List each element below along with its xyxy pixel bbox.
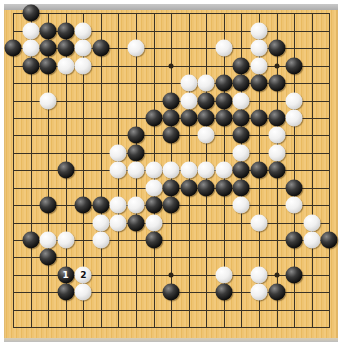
- white-stone[interactable]: [110, 144, 127, 161]
- black-stone[interactable]: [92, 40, 109, 57]
- black-stone[interactable]: [22, 5, 39, 22]
- go-board-screenshot: 12: [0, 0, 342, 346]
- black-stone[interactable]: [145, 232, 162, 249]
- black-stone[interactable]: [233, 109, 250, 126]
- black-stone[interactable]: [127, 144, 144, 161]
- white-stone[interactable]: [180, 162, 197, 179]
- white-stone[interactable]: [40, 232, 57, 249]
- black-stone[interactable]: [163, 179, 180, 196]
- black-stone[interactable]: [57, 162, 74, 179]
- white-stone[interactable]: [250, 22, 267, 39]
- grid-line-vertical: [329, 13, 330, 328]
- white-stone[interactable]: [92, 214, 109, 231]
- black-stone[interactable]: [40, 249, 57, 266]
- white-stone[interactable]: [145, 214, 162, 231]
- white-stone[interactable]: [75, 22, 92, 39]
- board-top-bevel: [4, 4, 338, 10]
- black-stone[interactable]: [286, 232, 303, 249]
- black-stone[interactable]: [5, 40, 22, 57]
- black-stone[interactable]: [198, 92, 215, 109]
- black-stone[interactable]: [145, 109, 162, 126]
- white-stone[interactable]: [198, 127, 215, 144]
- white-stone[interactable]: [145, 179, 162, 196]
- black-stone[interactable]: [286, 266, 303, 283]
- white-stone[interactable]: [198, 162, 215, 179]
- black-stone[interactable]: [321, 232, 338, 249]
- black-stone[interactable]: [40, 197, 57, 214]
- grid-line-horizontal: [13, 223, 330, 224]
- black-stone[interactable]: [40, 40, 57, 57]
- black-stone[interactable]: [268, 162, 285, 179]
- white-stone[interactable]: [268, 127, 285, 144]
- white-stone[interactable]: [127, 40, 144, 57]
- black-stone[interactable]: [286, 57, 303, 74]
- white-stone[interactable]: [286, 92, 303, 109]
- star-point: [274, 272, 279, 277]
- white-stone[interactable]: [92, 232, 109, 249]
- black-stone[interactable]: [215, 179, 232, 196]
- white-stone[interactable]: [180, 92, 197, 109]
- black-stone[interactable]: 1: [57, 266, 74, 283]
- white-stone[interactable]: 2: [75, 266, 92, 283]
- white-stone[interactable]: [110, 197, 127, 214]
- white-stone[interactable]: [250, 57, 267, 74]
- black-stone[interactable]: [40, 22, 57, 39]
- black-stone[interactable]: [215, 284, 232, 301]
- move-number-label: 1: [63, 270, 69, 279]
- black-stone[interactable]: [163, 197, 180, 214]
- black-stone[interactable]: [145, 197, 162, 214]
- black-stone[interactable]: [163, 109, 180, 126]
- white-stone[interactable]: [215, 266, 232, 283]
- black-stone[interactable]: [268, 284, 285, 301]
- white-stone[interactable]: [233, 197, 250, 214]
- white-stone[interactable]: [215, 40, 232, 57]
- move-number-label: 2: [80, 270, 86, 279]
- black-stone[interactable]: [233, 75, 250, 92]
- white-stone[interactable]: [75, 40, 92, 57]
- white-stone[interactable]: [268, 144, 285, 161]
- white-stone[interactable]: [250, 40, 267, 57]
- star-point: [169, 272, 174, 277]
- star-point: [169, 63, 174, 68]
- black-stone[interactable]: [163, 284, 180, 301]
- white-stone[interactable]: [127, 197, 144, 214]
- white-stone[interactable]: [57, 57, 74, 74]
- white-stone[interactable]: [303, 214, 320, 231]
- go-board[interactable]: 12: [4, 4, 338, 342]
- black-stone[interactable]: [198, 109, 215, 126]
- black-stone[interactable]: [268, 40, 285, 57]
- white-stone[interactable]: [57, 232, 74, 249]
- white-stone[interactable]: [127, 162, 144, 179]
- star-point: [274, 63, 279, 68]
- black-stone[interactable]: [233, 162, 250, 179]
- black-stone[interactable]: [127, 127, 144, 144]
- white-stone[interactable]: [286, 109, 303, 126]
- white-stone[interactable]: [75, 57, 92, 74]
- black-stone[interactable]: [233, 57, 250, 74]
- white-stone[interactable]: [180, 75, 197, 92]
- white-stone[interactable]: [215, 162, 232, 179]
- black-stone[interactable]: [268, 109, 285, 126]
- black-stone[interactable]: [75, 197, 92, 214]
- black-stone[interactable]: [250, 162, 267, 179]
- black-stone[interactable]: [215, 92, 232, 109]
- white-stone[interactable]: [75, 284, 92, 301]
- black-stone[interactable]: [127, 214, 144, 231]
- grid-line-vertical: [312, 13, 313, 328]
- white-stone[interactable]: [286, 197, 303, 214]
- black-stone[interactable]: [268, 75, 285, 92]
- white-stone[interactable]: [40, 92, 57, 109]
- white-stone[interactable]: [233, 92, 250, 109]
- black-stone[interactable]: [215, 75, 232, 92]
- white-stone[interactable]: [303, 232, 320, 249]
- white-stone[interactable]: [250, 214, 267, 231]
- grid-line-horizontal: [13, 310, 330, 311]
- white-stone[interactable]: [198, 75, 215, 92]
- white-stone[interactable]: [110, 214, 127, 231]
- white-stone[interactable]: [22, 40, 39, 57]
- black-stone[interactable]: [163, 127, 180, 144]
- black-stone[interactable]: [233, 179, 250, 196]
- grid-line-horizontal: [13, 257, 330, 258]
- black-stone[interactable]: [57, 284, 74, 301]
- white-stone[interactable]: [145, 162, 162, 179]
- black-stone[interactable]: [40, 57, 57, 74]
- black-stone[interactable]: [57, 22, 74, 39]
- board-bottom-bevel: [4, 338, 338, 342]
- black-stone[interactable]: [180, 179, 197, 196]
- black-stone[interactable]: [22, 232, 39, 249]
- black-stone[interactable]: [163, 92, 180, 109]
- black-stone[interactable]: [57, 40, 74, 57]
- grid-line-horizontal: [13, 327, 330, 328]
- black-stone[interactable]: [22, 57, 39, 74]
- white-stone[interactable]: [250, 284, 267, 301]
- black-stone[interactable]: [250, 75, 267, 92]
- white-stone[interactable]: [250, 266, 267, 283]
- black-stone[interactable]: [215, 109, 232, 126]
- white-stone[interactable]: [163, 162, 180, 179]
- white-stone[interactable]: [22, 22, 39, 39]
- white-stone[interactable]: [110, 162, 127, 179]
- black-stone[interactable]: [250, 109, 267, 126]
- black-stone[interactable]: [198, 179, 215, 196]
- black-stone[interactable]: [92, 197, 109, 214]
- white-stone[interactable]: [233, 144, 250, 161]
- black-stone[interactable]: [233, 127, 250, 144]
- black-stone[interactable]: [286, 179, 303, 196]
- black-stone[interactable]: [180, 109, 197, 126]
